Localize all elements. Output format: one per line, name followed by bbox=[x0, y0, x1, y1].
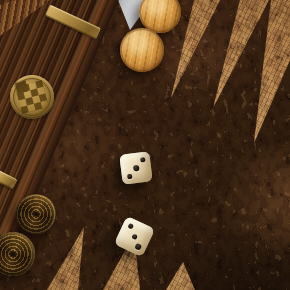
backgammon-scene bbox=[0, 0, 290, 290]
checker-dark-2[interactable] bbox=[0, 232, 35, 276]
die-pip bbox=[133, 165, 139, 171]
checker-light-2[interactable] bbox=[120, 28, 164, 72]
checker-dark-1[interactable] bbox=[16, 194, 56, 234]
die-pip bbox=[139, 157, 145, 163]
die-pip bbox=[126, 173, 132, 179]
pieces-layer bbox=[0, 0, 290, 290]
die-1[interactable] bbox=[119, 151, 152, 184]
die-pip bbox=[130, 232, 137, 239]
die-pip bbox=[127, 222, 134, 229]
die-2[interactable] bbox=[113, 215, 154, 256]
die-pip bbox=[134, 243, 141, 250]
